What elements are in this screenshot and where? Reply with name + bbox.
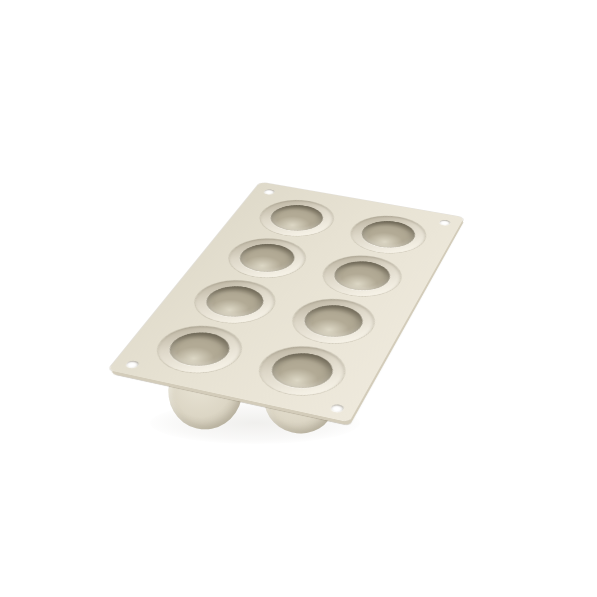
corner-hole-right [438,219,451,226]
cavity-cup-interior [263,348,341,393]
product-photo [0,0,597,597]
cavity-cup-interior [232,240,302,276]
cavity-row2-col1 [218,233,316,283]
cavity-cup-interior [263,202,330,235]
cavity-cup-interior [296,301,370,342]
cavity-cup-interior [160,328,238,371]
cavity-cup-interior [355,217,422,251]
cavity-row3-col2 [282,293,384,350]
cavity-cup-interior [197,282,271,321]
cavity-row1-col1 [250,195,343,241]
corner-hole-top [263,188,276,194]
corner-hole-left [125,359,141,368]
corner-hole-bottom [329,403,345,412]
cavity-row2-col2 [313,250,410,302]
cavity-row4-col1 [144,320,253,380]
cavity-row1-col2 [342,211,435,258]
cavity-cup-interior [327,257,397,294]
cavity-row4-col2 [247,340,355,402]
cavity-row3-col1 [183,275,286,329]
